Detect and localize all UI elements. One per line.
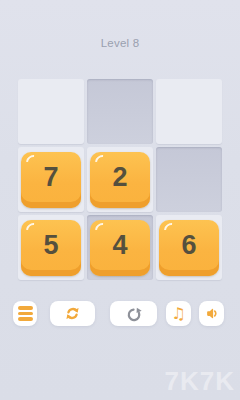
redo-rotate-icon bbox=[125, 305, 143, 323]
board-cell-r0c2 bbox=[156, 79, 222, 144]
level-title: Level 8 bbox=[0, 37, 240, 49]
board-cell-r0c0 bbox=[18, 79, 84, 144]
tile-6[interactable]: 6 bbox=[159, 220, 219, 276]
hamburger-icon bbox=[18, 306, 33, 321]
music-button[interactable]: ♫ bbox=[166, 301, 191, 326]
game-screen: Level 8 72546 ♫ 7K7K bbox=[0, 0, 240, 400]
board: 72546 bbox=[18, 79, 222, 280]
board-cell-r1c0: 7 bbox=[18, 147, 84, 212]
tile-2[interactable]: 2 bbox=[90, 152, 150, 208]
refresh-icon bbox=[64, 305, 81, 322]
board-cell-r2c1: 4 bbox=[87, 215, 153, 280]
site-watermark: 7K7K bbox=[165, 366, 235, 397]
sound-button[interactable] bbox=[199, 301, 224, 326]
board-cell-r2c0: 5 bbox=[18, 215, 84, 280]
board-cell-r2c2: 6 bbox=[156, 215, 222, 280]
restart-button[interactable] bbox=[50, 301, 95, 326]
board-cell-r1c2 bbox=[156, 147, 222, 212]
music-note-icon: ♫ bbox=[171, 306, 185, 322]
tile-4[interactable]: 4 bbox=[90, 220, 150, 276]
board-cell-r1c1: 2 bbox=[87, 147, 153, 212]
board-cell-r0c1 bbox=[87, 79, 153, 144]
redo-button[interactable] bbox=[110, 301, 157, 326]
tile-5[interactable]: 5 bbox=[21, 220, 81, 276]
speaker-icon bbox=[204, 306, 219, 321]
menu-button[interactable] bbox=[13, 301, 37, 326]
tile-7[interactable]: 7 bbox=[21, 152, 81, 208]
